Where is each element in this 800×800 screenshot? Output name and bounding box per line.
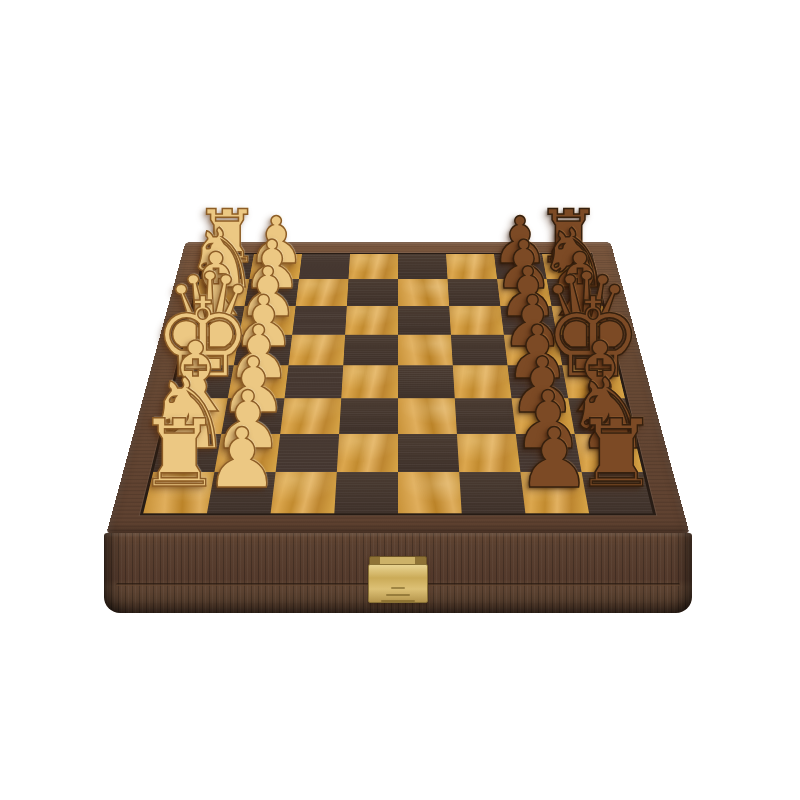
square-g6[interactable] [457, 434, 521, 472]
square-c4[interactable] [345, 306, 398, 335]
square-h6[interactable] [459, 472, 525, 513]
square-a3[interactable] [299, 254, 350, 279]
square-a6[interactable] [446, 254, 497, 279]
square-c6[interactable] [449, 306, 504, 335]
square-f4[interactable] [339, 398, 398, 433]
square-a4[interactable] [348, 254, 398, 279]
square-e5[interactable] [398, 365, 455, 398]
square-b6[interactable] [448, 279, 501, 306]
clasp-plate [368, 564, 428, 603]
square-h3[interactable] [271, 472, 337, 513]
clasp-engraving-line [381, 600, 415, 602]
piece-brown-rook-h8[interactable]: ♜ [574, 408, 658, 502]
square-g3[interactable] [276, 434, 340, 472]
brass-clasp[interactable] [368, 556, 426, 601]
square-h4[interactable] [334, 472, 398, 513]
square-f6[interactable] [455, 398, 516, 433]
chess-box-scene: ♜♞♝♛♚♝♞♜♟♟♟♟♟♟♟♟♟♟♟♟♟♟♟♟♜♞♝♛♚♝♞♜ [0, 0, 800, 800]
square-e3[interactable] [285, 365, 344, 398]
square-f5[interactable] [398, 398, 457, 433]
clasp-engraving-line [386, 594, 410, 596]
square-c3[interactable] [292, 306, 347, 335]
square-d6[interactable] [451, 335, 508, 366]
square-f3[interactable] [280, 398, 341, 433]
piece-white-pawn-h2[interactable]: ♟ [205, 418, 279, 501]
square-h5[interactable] [398, 472, 462, 513]
square-b3[interactable] [296, 279, 349, 306]
square-b5[interactable] [398, 279, 449, 306]
square-g5[interactable] [398, 434, 459, 472]
square-e6[interactable] [453, 365, 512, 398]
clasp-engraving-line [391, 587, 405, 589]
square-c5[interactable] [398, 306, 451, 335]
square-a5[interactable] [398, 254, 448, 279]
square-d4[interactable] [343, 335, 398, 366]
square-d5[interactable] [398, 335, 453, 366]
square-d3[interactable] [288, 335, 345, 366]
square-b4[interactable] [347, 279, 398, 306]
square-g4[interactable] [337, 434, 398, 472]
square-e4[interactable] [341, 365, 398, 398]
